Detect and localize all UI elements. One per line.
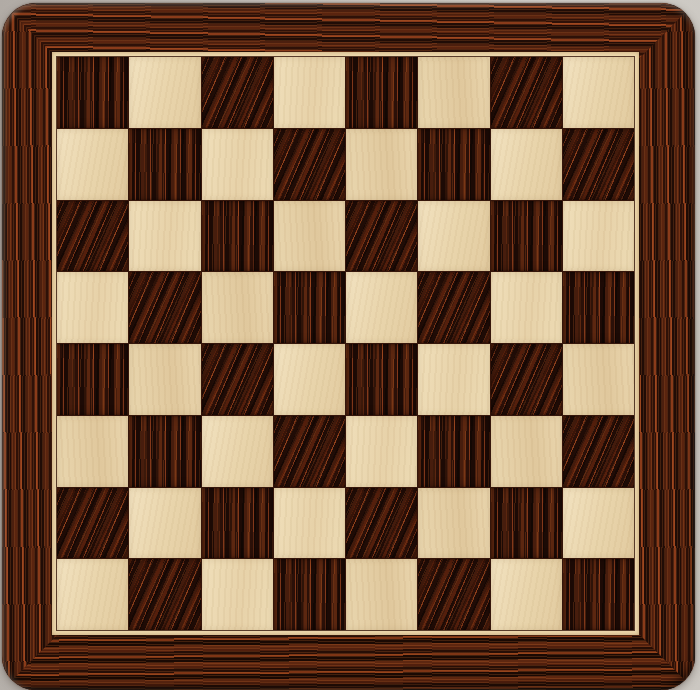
square-g1[interactable] <box>491 559 562 630</box>
square-d7[interactable] <box>274 129 345 200</box>
square-g6[interactable] <box>491 201 562 272</box>
photo-background <box>0 0 700 690</box>
square-d3[interactable] <box>274 416 345 487</box>
square-a5[interactable] <box>57 272 128 343</box>
board-frame-left <box>2 3 59 690</box>
square-b3[interactable] <box>129 416 200 487</box>
square-f3[interactable] <box>418 416 489 487</box>
square-d5[interactable] <box>274 272 345 343</box>
square-e8[interactable] <box>346 57 417 128</box>
square-e1[interactable] <box>346 559 417 630</box>
square-a8[interactable] <box>57 57 128 128</box>
square-b1[interactable] <box>129 559 200 630</box>
square-d6[interactable] <box>274 201 345 272</box>
square-h8[interactable] <box>563 57 634 128</box>
square-d8[interactable] <box>274 57 345 128</box>
square-a4[interactable] <box>57 344 128 415</box>
square-f6[interactable] <box>418 201 489 272</box>
square-g3[interactable] <box>491 416 562 487</box>
chessboard <box>2 3 695 690</box>
square-g7[interactable] <box>491 129 562 200</box>
square-c5[interactable] <box>202 272 273 343</box>
square-f5[interactable] <box>418 272 489 343</box>
square-d1[interactable] <box>274 559 345 630</box>
square-d4[interactable] <box>274 344 345 415</box>
square-h6[interactable] <box>563 201 634 272</box>
square-h1[interactable] <box>563 559 634 630</box>
square-c4[interactable] <box>202 344 273 415</box>
square-a7[interactable] <box>57 129 128 200</box>
square-e6[interactable] <box>346 201 417 272</box>
board-frame-right <box>638 3 695 690</box>
square-e4[interactable] <box>346 344 417 415</box>
maple-inlay-border <box>52 52 639 635</box>
square-e7[interactable] <box>346 129 417 200</box>
square-f7[interactable] <box>418 129 489 200</box>
square-g8[interactable] <box>491 57 562 128</box>
square-a3[interactable] <box>57 416 128 487</box>
square-g4[interactable] <box>491 344 562 415</box>
square-e2[interactable] <box>346 488 417 559</box>
board-frame-bottom <box>2 633 695 690</box>
square-f2[interactable] <box>418 488 489 559</box>
square-b5[interactable] <box>129 272 200 343</box>
square-h5[interactable] <box>563 272 634 343</box>
square-e3[interactable] <box>346 416 417 487</box>
board-grid <box>57 57 634 630</box>
square-b7[interactable] <box>129 129 200 200</box>
square-a6[interactable] <box>57 201 128 272</box>
square-c2[interactable] <box>202 488 273 559</box>
square-c7[interactable] <box>202 129 273 200</box>
square-c8[interactable] <box>202 57 273 128</box>
square-h2[interactable] <box>563 488 634 559</box>
square-c6[interactable] <box>202 201 273 272</box>
square-a1[interactable] <box>57 559 128 630</box>
square-f1[interactable] <box>418 559 489 630</box>
square-e5[interactable] <box>346 272 417 343</box>
square-h4[interactable] <box>563 344 634 415</box>
square-b4[interactable] <box>129 344 200 415</box>
square-c3[interactable] <box>202 416 273 487</box>
square-a2[interactable] <box>57 488 128 559</box>
square-h3[interactable] <box>563 416 634 487</box>
square-b2[interactable] <box>129 488 200 559</box>
square-c1[interactable] <box>202 559 273 630</box>
square-g5[interactable] <box>491 272 562 343</box>
square-g2[interactable] <box>491 488 562 559</box>
square-b8[interactable] <box>129 57 200 128</box>
square-h7[interactable] <box>563 129 634 200</box>
square-f8[interactable] <box>418 57 489 128</box>
square-f4[interactable] <box>418 344 489 415</box>
square-d2[interactable] <box>274 488 345 559</box>
square-b6[interactable] <box>129 201 200 272</box>
